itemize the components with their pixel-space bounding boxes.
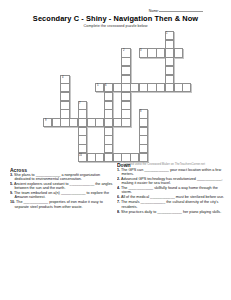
name-input-line[interactable]: [159, 8, 203, 12]
crossword-cell[interactable]: [174, 48, 183, 57]
clue-number: 4.: [117, 186, 120, 191]
clue-item: 10. The ____________ properties of iron …: [10, 200, 116, 208]
clue-number: 3.: [10, 172, 13, 177]
name-label: Name:: [149, 9, 159, 13]
clue-text: She plans to ____________ a nonprofit or…: [14, 172, 100, 181]
clue-number: 4: [62, 76, 63, 79]
clue-text: Advanced GPS technology has revolutioniz…: [121, 176, 223, 185]
clue-number: 1.: [117, 167, 120, 172]
clue-item: 4. The ____________ skillfully found a w…: [117, 186, 228, 194]
clue-number: 2: [123, 49, 124, 52]
clue-text: The ____________ properties of iron make…: [15, 200, 103, 209]
clue-number: 6: [105, 84, 106, 87]
clue-item: 8. She practices daily to ____________ h…: [117, 209, 228, 213]
down-clues: Down 1. The GPS can ____________ your ex…: [117, 163, 228, 214]
clue-number: 2.: [117, 176, 120, 181]
clue-number: 9.: [10, 191, 13, 196]
crossword-cell[interactable]: [139, 153, 148, 162]
clue-item: 3. She plans to ____________ a nonprofit…: [10, 173, 116, 181]
clue-number: 6.: [117, 195, 120, 200]
clue-number: 3: [140, 49, 141, 52]
clue-number: 7: [79, 102, 80, 105]
clue-number: 8: [140, 110, 141, 113]
clue-number: 9: [45, 119, 46, 122]
subtitle: Complete the crossword puzzle below: [0, 23, 231, 28]
clue-number: 10: [79, 154, 82, 157]
page-title: Secondary C - Shiny - Navigation Then & …: [0, 14, 231, 23]
clue-item: 1. The GPS can ____________ your exact l…: [117, 168, 228, 176]
crossword-cell[interactable]: [182, 83, 191, 92]
clue-item: 9. The team embarked on a(n) ___________…: [10, 191, 116, 199]
clue-text: The team embarked on a(n) ____________ t…: [14, 191, 109, 200]
clue-item: 7. The murals ____________ the cultural …: [117, 200, 228, 208]
name-field: Name:: [0, 8, 231, 12]
worksheet-page: Name: Secondary C - Shiny - Navigation T…: [0, 0, 231, 300]
clue-text: The GPS can ____________ your exact loca…: [121, 167, 221, 176]
clue-item: 5. Ancient explorers used sextant to ___…: [10, 182, 116, 190]
across-clues: Across 3. She plans to ____________ a no…: [10, 168, 116, 209]
clue-number: 8.: [117, 209, 120, 214]
crossword-grid: 12345678910: [43, 31, 193, 163]
clue-text: She practices daily to ____________ her …: [121, 209, 221, 214]
crossword-cell[interactable]: [121, 118, 130, 127]
clue-text: All of the medical ____________ must be …: [121, 195, 224, 200]
clue-number: 5: [97, 84, 98, 87]
clue-item: 2. Advanced GPS technology has revolutio…: [117, 177, 228, 185]
clue-number: 5.: [10, 181, 13, 186]
clue-text: Ancient explorers used sextant to ______…: [14, 181, 112, 190]
clue-text: The ____________ skillfully found a way …: [121, 186, 218, 195]
clue-text: The murals ____________ the cultural div…: [121, 200, 218, 209]
clue-number: 7.: [117, 200, 120, 205]
clue-number: 1: [166, 32, 167, 35]
